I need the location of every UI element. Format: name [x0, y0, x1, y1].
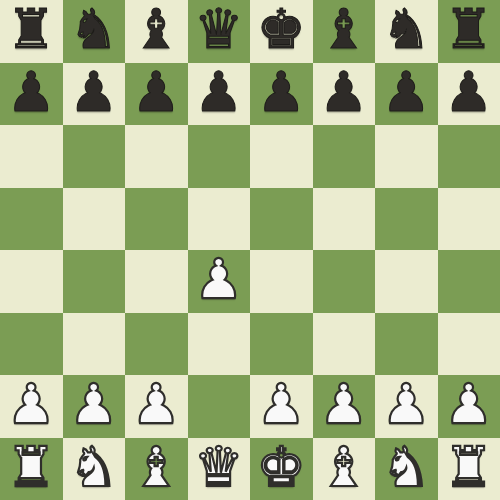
- square-c6[interactable]: [125, 125, 188, 188]
- square-h7[interactable]: ♟: [438, 63, 500, 126]
- piece-white-pawn[interactable]: ♟: [132, 375, 181, 436]
- square-d3[interactable]: [188, 313, 251, 376]
- square-a8[interactable]: ♜: [0, 0, 63, 63]
- square-g4[interactable]: [375, 250, 438, 313]
- square-a4[interactable]: [0, 250, 63, 313]
- piece-black-pawn[interactable]: ♟: [194, 63, 243, 124]
- piece-white-rook[interactable]: ♜: [7, 438, 56, 499]
- square-d6[interactable]: [188, 125, 251, 188]
- piece-black-king[interactable]: ♚: [257, 0, 306, 61]
- square-e1[interactable]: ♚: [250, 438, 313, 500]
- piece-white-knight[interactable]: ♞: [382, 438, 431, 499]
- square-f7[interactable]: ♟: [313, 63, 376, 126]
- piece-black-pawn[interactable]: ♟: [132, 63, 181, 124]
- square-c7[interactable]: ♟: [125, 63, 188, 126]
- square-f4[interactable]: [313, 250, 376, 313]
- square-g6[interactable]: [375, 125, 438, 188]
- square-e3[interactable]: [250, 313, 313, 376]
- square-c1[interactable]: ♝: [125, 438, 188, 500]
- square-b6[interactable]: [63, 125, 126, 188]
- piece-black-pawn[interactable]: ♟: [257, 63, 306, 124]
- square-e5[interactable]: [250, 188, 313, 251]
- square-a6[interactable]: [0, 125, 63, 188]
- square-g2[interactable]: ♟: [375, 375, 438, 438]
- square-b3[interactable]: [63, 313, 126, 376]
- square-g7[interactable]: ♟: [375, 63, 438, 126]
- square-g1[interactable]: ♞: [375, 438, 438, 500]
- piece-white-king[interactable]: ♚: [257, 438, 306, 499]
- square-c8[interactable]: ♝: [125, 0, 188, 63]
- square-c5[interactable]: [125, 188, 188, 251]
- piece-black-queen[interactable]: ♛: [194, 0, 243, 61]
- piece-black-pawn[interactable]: ♟: [319, 63, 368, 124]
- square-e8[interactable]: ♚: [250, 0, 313, 63]
- square-g5[interactable]: [375, 188, 438, 251]
- square-a2[interactable]: ♟: [0, 375, 63, 438]
- piece-white-pawn[interactable]: ♟: [7, 375, 56, 436]
- piece-white-bishop[interactable]: ♝: [319, 438, 368, 499]
- piece-black-knight[interactable]: ♞: [69, 0, 118, 61]
- piece-white-pawn[interactable]: ♟: [69, 375, 118, 436]
- piece-black-pawn[interactable]: ♟: [444, 63, 493, 124]
- square-g8[interactable]: ♞: [375, 0, 438, 63]
- square-d7[interactable]: ♟: [188, 63, 251, 126]
- piece-white-pawn[interactable]: ♟: [319, 375, 368, 436]
- square-f3[interactable]: [313, 313, 376, 376]
- square-b4[interactable]: [63, 250, 126, 313]
- square-e6[interactable]: [250, 125, 313, 188]
- piece-black-pawn[interactable]: ♟: [7, 63, 56, 124]
- piece-white-bishop[interactable]: ♝: [132, 438, 181, 499]
- square-h4[interactable]: [438, 250, 500, 313]
- square-d2[interactable]: [188, 375, 251, 438]
- piece-white-pawn[interactable]: ♟: [382, 375, 431, 436]
- piece-white-pawn[interactable]: ♟: [444, 375, 493, 436]
- piece-black-bishop[interactable]: ♝: [319, 0, 368, 61]
- piece-white-pawn[interactable]: ♟: [257, 375, 306, 436]
- square-d8[interactable]: ♛: [188, 0, 251, 63]
- square-h5[interactable]: [438, 188, 500, 251]
- square-c2[interactable]: ♟: [125, 375, 188, 438]
- square-h3[interactable]: [438, 313, 500, 376]
- square-d5[interactable]: [188, 188, 251, 251]
- square-f5[interactable]: [313, 188, 376, 251]
- square-h6[interactable]: [438, 125, 500, 188]
- square-c4[interactable]: [125, 250, 188, 313]
- square-f2[interactable]: ♟: [313, 375, 376, 438]
- square-e7[interactable]: ♟: [250, 63, 313, 126]
- square-b1[interactable]: ♞: [63, 438, 126, 500]
- piece-black-bishop[interactable]: ♝: [132, 0, 181, 61]
- square-b7[interactable]: ♟: [63, 63, 126, 126]
- piece-black-pawn[interactable]: ♟: [69, 63, 118, 124]
- square-d1[interactable]: ♛: [188, 438, 251, 500]
- square-a5[interactable]: [0, 188, 63, 251]
- piece-white-pawn[interactable]: ♟: [194, 250, 243, 311]
- square-h1[interactable]: ♜: [438, 438, 500, 500]
- piece-black-rook[interactable]: ♜: [444, 0, 493, 61]
- piece-white-queen[interactable]: ♛: [194, 438, 243, 499]
- square-b2[interactable]: ♟: [63, 375, 126, 438]
- piece-black-pawn[interactable]: ♟: [382, 63, 431, 124]
- square-b5[interactable]: [63, 188, 126, 251]
- square-g3[interactable]: [375, 313, 438, 376]
- piece-white-rook[interactable]: ♜: [444, 438, 493, 499]
- piece-black-knight[interactable]: ♞: [382, 0, 431, 61]
- square-e4[interactable]: [250, 250, 313, 313]
- square-b8[interactable]: ♞: [63, 0, 126, 63]
- piece-black-rook[interactable]: ♜: [7, 0, 56, 61]
- square-e2[interactable]: ♟: [250, 375, 313, 438]
- square-f6[interactable]: [313, 125, 376, 188]
- chess-board: ♜♞♝♛♚♝♞♜♟♟♟♟♟♟♟♟♟♟♟♟♟♟♟♟♜♞♝♛♚♝♞♜: [0, 0, 500, 500]
- square-f8[interactable]: ♝: [313, 0, 376, 63]
- piece-white-knight[interactable]: ♞: [69, 438, 118, 499]
- square-a1[interactable]: ♜: [0, 438, 63, 500]
- square-a3[interactable]: [0, 313, 63, 376]
- square-c3[interactable]: [125, 313, 188, 376]
- square-h8[interactable]: ♜: [438, 0, 500, 63]
- square-a7[interactable]: ♟: [0, 63, 63, 126]
- square-d4[interactable]: ♟: [188, 250, 251, 313]
- square-h2[interactable]: ♟: [438, 375, 500, 438]
- square-f1[interactable]: ♝: [313, 438, 376, 500]
